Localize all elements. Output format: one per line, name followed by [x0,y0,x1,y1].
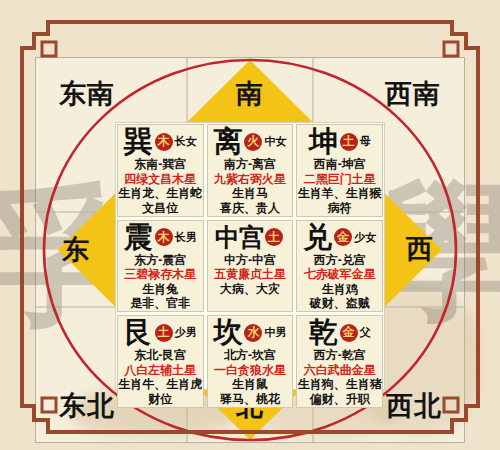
attribute-line: 是非、官非 [130,296,190,311]
palace-header: 震 木 长男 [124,222,197,253]
flying-star: 八白左辅土星 [124,363,196,378]
palace-header: 中宫 土 [215,222,285,253]
attribute-line: 财位 [148,392,172,407]
label-southeast: 东南 [59,76,115,112]
family-role: 中男 [264,325,286,340]
trigram-name: 乾 [309,318,338,347]
trigram-name: 中宫 [215,225,263,250]
flying-star: 一白贪狼水星 [214,363,286,378]
family-role: 少男 [175,325,197,340]
flying-star: 六白武曲金星 [304,363,376,378]
palace-cell-dui: 兑 金 少女 西方-兑宫 七赤破军金星 生肖鸡 破财、盗贼 [296,220,383,313]
family-role: 中女 [264,134,286,149]
palace-direction: 东北-艮宫 [134,348,186,363]
element-badge: 水 [244,324,262,342]
element-badge: 木 [155,133,173,151]
zodiac-line: 生肖兔 [142,282,178,297]
family-role: 少女 [354,230,376,245]
family-role: 长男 [175,230,197,245]
palace-cell-li: 离 火 中女 南方-离宫 九紫右弼火星 生肖马 喜庆、贵人 [207,124,294,217]
trigram-name: 艮 [124,318,153,347]
trigram-name: 坤 [309,127,338,156]
attribute-line: 文昌位 [142,201,178,216]
palace-cell-kun: 坤 土 母 西南-坤宫 二黑巨门土星 生肖羊、生肖猴 病符 [296,124,383,217]
attribute-line: 偏财、升职 [310,392,370,407]
zodiac-line: 生肖鸡 [322,282,358,297]
palace-header: 兑 金 少女 [303,222,376,253]
element-badge: 木 [155,228,173,246]
palace-direction: 西南-坤宫 [314,157,366,172]
palace-header: 乾 金 父 [309,317,371,348]
flying-star: 七赤破军金星 [304,267,376,282]
element-badge: 火 [244,133,262,151]
nine-palace-diagram: 孚 華 國 學 南 北 东 西 东南 西南 东北 西北 [0,0,500,450]
attribute-line: 驿马、桃花 [220,392,280,407]
palace-cell-kan: 坎 水 中男 北方-坎宫 一白贪狼水星 生肖鼠 驿马、桃花 [207,315,294,408]
palace-direction: 南方-离宫 [224,157,276,172]
palace-header: 坤 土 母 [309,126,371,157]
trigram-name: 离 [213,127,242,156]
label-south: 南 [236,76,264,112]
palace-grid: 巽 木 长女 东南-巽宫 四绿文昌木星 生肖龙、生肖蛇 文昌位 离 火 中女 南… [115,122,385,390]
family-role: 长女 [175,134,197,149]
family-role: 父 [360,325,371,340]
trigram-name: 巽 [124,127,153,156]
zodiac-line: 生肖羊、生肖猴 [298,186,382,201]
label-southwest: 西南 [385,76,441,112]
zodiac-line: 生肖狗、生肖猪 [298,377,382,392]
flying-star: 五黄廉贞土星 [214,267,286,282]
zodiac-line: 生肖马 [232,186,268,201]
palace-cell-gen: 艮 土 少男 东北-艮宫 八白左辅土星 生肖牛、生肖虎 财位 [117,315,204,408]
element-badge: 土 [340,133,358,151]
label-east: 东 [62,232,90,268]
attribute-line: 破财、盗贼 [310,296,370,311]
palace-direction: 东南-巽宫 [134,157,186,172]
palace-direction: 西方-兑宫 [314,253,366,268]
trigram-name: 坎 [213,318,242,347]
flying-star: 九紫右弼火星 [214,172,286,187]
label-northeast: 东北 [59,388,115,424]
trigram-name: 兑 [303,223,332,252]
palace-header: 巽 木 长女 [124,126,197,157]
palace-cell-qian: 乾 金 父 西方-乾宫 六白武曲金星 生肖狗、生肖猪 偏财、升职 [296,315,383,408]
palace-cell-xun: 巽 木 长女 东南-巽宫 四绿文昌木星 生肖龙、生肖蛇 文昌位 [117,124,204,217]
zodiac-line: 生肖龙、生肖蛇 [118,186,202,201]
element-badge: 土 [155,324,173,342]
palace-cell-center: 中宫 土 中方-中宫 五黄廉贞土星 大病、大灾 [207,220,294,313]
label-west: 西 [406,231,434,267]
attribute-line: 喜庆、贵人 [220,201,280,216]
palace-direction: 北方-坎宫 [224,348,276,363]
palace-direction: 西方-乾宫 [314,348,366,363]
palace-header: 坎 水 中男 [213,317,286,348]
flying-star: 二黑巨门土星 [304,172,376,187]
trigram-name: 震 [124,223,153,252]
palace-header: 离 火 中女 [213,126,286,157]
zodiac-line: 生肖鼠 [232,377,268,392]
attribute-line: 大病、大灾 [220,282,280,297]
family-role: 母 [360,134,371,149]
element-badge: 金 [334,228,352,246]
palace-header: 艮 土 少男 [124,317,197,348]
palace-cell-zhen: 震 木 长男 东方-震宫 三碧禄存木星 生肖兔 是非、官非 [117,220,204,313]
attribute-line: 病符 [328,201,352,216]
flying-star: 四绿文昌木星 [124,172,196,187]
palace-direction: 中方-中宫 [224,253,276,268]
zodiac-line: 生肖牛、生肖虎 [118,377,202,392]
compass-diagram-area: 南 北 东 西 东南 西南 东北 西北 巽 木 长女 东南-巽宫 四绿文昌木星 … [35,57,465,443]
palace-direction: 东方-震宫 [134,253,186,268]
element-badge: 金 [340,324,358,342]
flying-star: 三碧禄存木星 [124,267,196,282]
element-badge: 土 [265,228,283,246]
label-northwest: 西北 [386,388,442,424]
